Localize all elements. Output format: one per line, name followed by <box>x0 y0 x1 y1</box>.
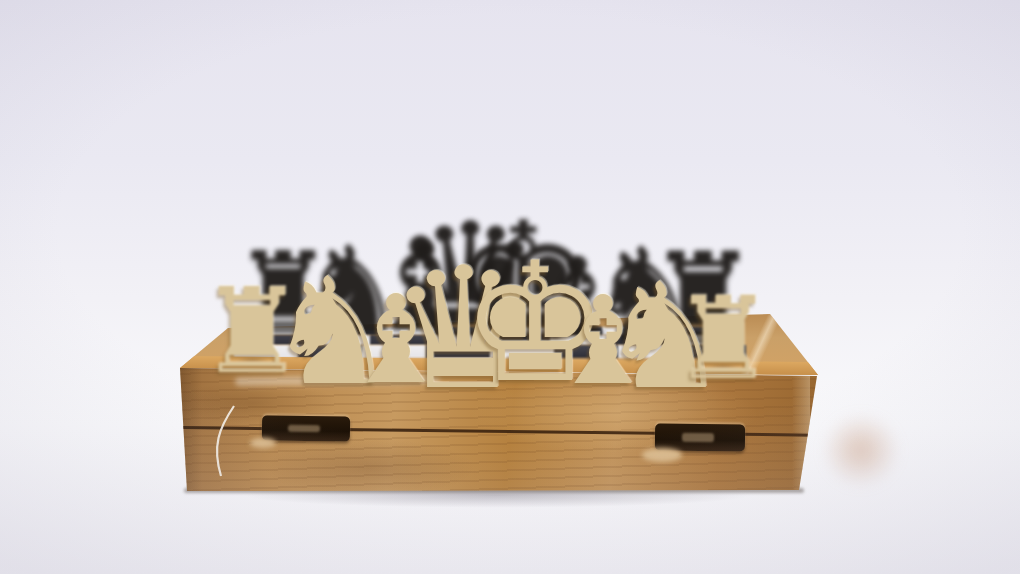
out-of-focus-corner-blur <box>806 398 916 503</box>
wood-fray <box>642 448 682 462</box>
white-rook-piece[interactable]: ♜ <box>666 282 780 396</box>
right-clasp-mortise <box>655 424 745 452</box>
loose-thread <box>205 400 255 482</box>
photo-scene: ♜♞♝♛♚♝♞♜♜♞♝♛♚♝♞♜ <box>0 0 1020 574</box>
right-clasp-pin <box>682 433 714 441</box>
left-clasp-mortise <box>262 415 350 441</box>
left-clasp-pin <box>288 425 320 433</box>
box-right-edge-highlight <box>792 364 810 494</box>
